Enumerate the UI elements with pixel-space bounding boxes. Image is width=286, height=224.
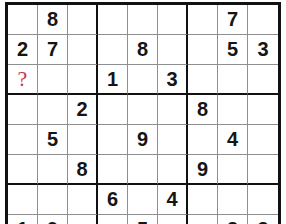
cell-r4c4	[98, 95, 128, 125]
cell-r6c4	[98, 155, 128, 185]
query-cell-r3c1: ?	[8, 65, 38, 95]
cell-r2c3	[68, 35, 98, 65]
cell-r5c3	[68, 125, 98, 155]
cell-r4c5	[128, 95, 158, 125]
cell-r6c5	[128, 155, 158, 185]
cell-r5c2: 5	[38, 125, 68, 155]
cell-r1c1	[8, 5, 38, 35]
cell-r7c2	[38, 185, 68, 215]
cell-r2c4	[98, 35, 128, 65]
cell-r1c5	[128, 5, 158, 35]
cell-r7c8	[218, 185, 248, 215]
cell-r3c8	[218, 65, 248, 95]
cell-r1c2: 8	[38, 5, 68, 35]
cell-r8c8: 2	[218, 215, 248, 224]
cell-r7c3	[68, 185, 98, 215]
sudoku-board: 8727853?1328594896419523	[5, 2, 281, 224]
cell-r2c7	[188, 35, 218, 65]
cell-r8c5: 5	[128, 215, 158, 224]
cell-r6c6	[158, 155, 188, 185]
cell-r3c6: 3	[158, 65, 188, 95]
cell-r2c5: 8	[128, 35, 158, 65]
cell-r1c6	[158, 5, 188, 35]
cell-r2c1: 2	[8, 35, 38, 65]
cell-r1c9	[248, 5, 278, 35]
cell-r3c9	[248, 65, 278, 95]
cell-r8c1: 1	[8, 215, 38, 224]
cell-r6c9	[248, 155, 278, 185]
cell-r4c2	[38, 95, 68, 125]
cell-r7c9	[248, 185, 278, 215]
cell-r5c6	[158, 125, 188, 155]
cell-r5c9	[248, 125, 278, 155]
cell-r1c3	[68, 5, 98, 35]
cell-r5c4	[98, 125, 128, 155]
cell-r8c9: 3	[248, 215, 278, 224]
cell-r4c9	[248, 95, 278, 125]
cell-r5c5: 9	[128, 125, 158, 155]
cell-r2c8: 5	[218, 35, 248, 65]
cell-r4c1	[8, 95, 38, 125]
cell-r7c7	[188, 185, 218, 215]
cell-r7c5	[128, 185, 158, 215]
cell-r7c1	[8, 185, 38, 215]
cell-r3c7	[188, 65, 218, 95]
cell-r3c2	[38, 65, 68, 95]
cell-r8c2: 9	[38, 215, 68, 224]
cell-r7c4: 6	[98, 185, 128, 215]
cell-r5c8: 4	[218, 125, 248, 155]
cell-r6c8	[218, 155, 248, 185]
cell-r1c8: 7	[218, 5, 248, 35]
cell-r2c6	[158, 35, 188, 65]
cell-r4c7: 8	[188, 95, 218, 125]
cell-r6c7: 9	[188, 155, 218, 185]
cell-r3c3	[68, 65, 98, 95]
cell-r6c1	[8, 155, 38, 185]
cell-r3c5	[128, 65, 158, 95]
cell-r4c8	[218, 95, 248, 125]
cell-r6c3: 8	[68, 155, 98, 185]
cell-r4c6	[158, 95, 188, 125]
cell-r6c2	[38, 155, 68, 185]
cell-r2c2: 7	[38, 35, 68, 65]
cell-r8c4	[98, 215, 128, 224]
cell-r8c6	[158, 215, 188, 224]
cell-r1c7	[188, 5, 218, 35]
cell-r1c4	[98, 5, 128, 35]
cell-r7c6: 4	[158, 185, 188, 215]
cell-r5c7	[188, 125, 218, 155]
cell-r8c3	[68, 215, 98, 224]
cell-r5c1	[8, 125, 38, 155]
cell-r4c3: 2	[68, 95, 98, 125]
cell-r2c9: 3	[248, 35, 278, 65]
cell-r8c7	[188, 215, 218, 224]
cell-r3c4: 1	[98, 65, 128, 95]
